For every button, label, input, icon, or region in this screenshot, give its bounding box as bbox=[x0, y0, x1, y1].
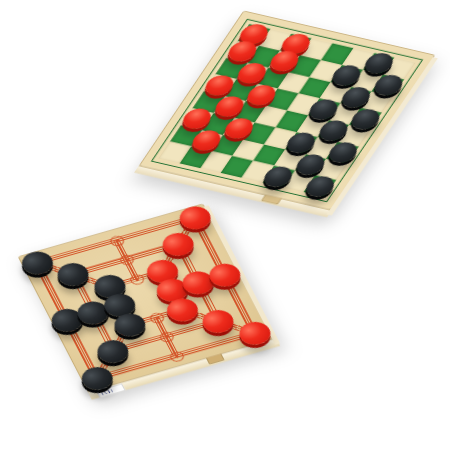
morris-piece-black-1-5[interactable] bbox=[93, 337, 133, 366]
morris-piece-red-5-1[interactable] bbox=[158, 230, 198, 259]
morris-piece-black-1-1[interactable] bbox=[53, 260, 93, 289]
product-photo-scene bbox=[0, 0, 450, 450]
morris-piece-black-0-0[interactable] bbox=[17, 248, 57, 277]
morris-board[interactable] bbox=[19, 204, 272, 391]
morris-pieces-layer bbox=[19, 204, 203, 257]
checkers-board[interactable] bbox=[140, 12, 434, 210]
morris-piece-red-5-5[interactable] bbox=[198, 307, 238, 336]
